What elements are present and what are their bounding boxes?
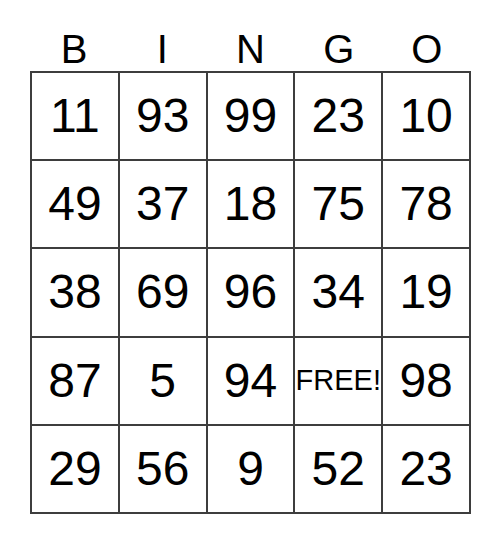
header-letter-g: G: [295, 29, 383, 69]
bingo-card: B I N G O 11 93 99 23 10 49 37 18 75 78 …: [0, 0, 500, 544]
bingo-cell-r5c2[interactable]: 56: [120, 426, 206, 512]
bingo-cell-r1c3[interactable]: 99: [208, 73, 294, 159]
bingo-cell-r3c4[interactable]: 34: [295, 249, 381, 335]
bingo-cell-r2c3[interactable]: 18: [208, 161, 294, 247]
bingo-cell-r4c3[interactable]: 94: [208, 338, 294, 424]
bingo-cell-r4c1[interactable]: 87: [32, 338, 118, 424]
bingo-cell-r1c1[interactable]: 11: [32, 73, 118, 159]
bingo-cell-r3c2[interactable]: 69: [120, 249, 206, 335]
bingo-cell-r2c4[interactable]: 75: [295, 161, 381, 247]
bingo-cell-r1c2[interactable]: 93: [120, 73, 206, 159]
bingo-cell-r1c5[interactable]: 10: [383, 73, 469, 159]
bingo-cell-r2c2[interactable]: 37: [120, 161, 206, 247]
bingo-cell-r3c3[interactable]: 96: [208, 249, 294, 335]
bingo-cell-r5c3[interactable]: 9: [208, 426, 294, 512]
bingo-board: 11 93 99 23 10 49 37 18 75 78 38 69 96 3…: [30, 71, 471, 514]
header-letter-b: B: [30, 29, 118, 69]
bingo-cell-r1c4[interactable]: 23: [295, 73, 381, 159]
bingo-cell-r5c1[interactable]: 29: [32, 426, 118, 512]
bingo-header: B I N G O: [30, 0, 471, 71]
header-letter-n: N: [206, 29, 294, 69]
bingo-cell-r4c2[interactable]: 5: [120, 338, 206, 424]
header-letter-i: I: [118, 29, 206, 69]
bingo-cell-r5c4[interactable]: 52: [295, 426, 381, 512]
bingo-cell-r2c1[interactable]: 49: [32, 161, 118, 247]
bingo-cell-r5c5[interactable]: 23: [383, 426, 469, 512]
bingo-cell-free[interactable]: FREE!: [295, 338, 381, 424]
bingo-cell-r3c5[interactable]: 19: [383, 249, 469, 335]
bingo-cell-r2c5[interactable]: 78: [383, 161, 469, 247]
bingo-cell-r4c5[interactable]: 98: [383, 338, 469, 424]
bingo-cell-r3c1[interactable]: 38: [32, 249, 118, 335]
header-letter-o: O: [383, 29, 471, 69]
